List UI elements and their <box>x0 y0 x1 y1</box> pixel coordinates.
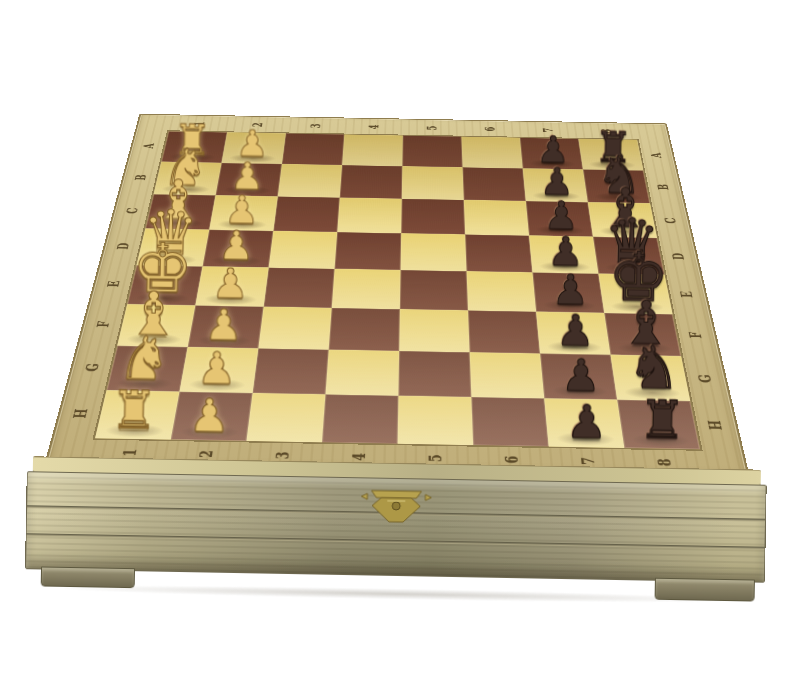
box-front-face <box>25 471 767 583</box>
piece-white-pawn: ♟ <box>211 263 249 305</box>
square-c4 <box>337 198 402 234</box>
square-g4 <box>325 350 399 396</box>
square-a3 <box>282 133 344 165</box>
label-file-left-f: F <box>90 317 117 331</box>
label-rank-back-3: 3 <box>306 121 326 131</box>
square-g5 <box>398 351 471 397</box>
square-e3 <box>264 268 335 308</box>
chess-board: ♜♟♟♜♞♟♟♞♝♟♟♝♛♟♟♛♚♟♟♚♝♟♟♝♞♟♟♞♜♟♟♜ AA11BB2… <box>44 114 751 480</box>
square-b6 <box>463 167 526 201</box>
square-b3 <box>278 164 342 198</box>
board-squares: ♜♟♟♜♞♟♟♞♝♟♟♝♛♟♟♛♚♟♟♚♝♟♟♝♞♟♟♞♜♟♟♜ <box>95 131 700 449</box>
piece-black-pawn: ♟ <box>561 352 601 397</box>
square-g3 <box>253 348 329 394</box>
wooden-box <box>24 456 767 620</box>
square-g7: ♟ <box>540 354 617 400</box>
square-h1: ♜ <box>95 390 179 439</box>
label-rank-back-5: 5 <box>422 123 441 133</box>
square-e4 <box>332 269 401 309</box>
square-h7: ♟ <box>544 398 624 447</box>
square-h5 <box>398 396 474 445</box>
brass-clasp-icon <box>357 484 436 527</box>
piece-black-pawn: ♟ <box>556 309 595 352</box>
square-c3 <box>273 196 339 232</box>
piece-black-pawn: ♟ <box>566 399 608 445</box>
label-rank-back-6: 6 <box>480 124 500 134</box>
square-b4 <box>340 165 403 199</box>
label-file-right-h: H <box>701 417 729 434</box>
square-h4 <box>322 394 398 443</box>
label-file-right-c: C <box>659 215 683 227</box>
square-g2: ♟ <box>180 347 259 393</box>
square-h6 <box>471 397 548 446</box>
square-h3 <box>246 393 325 442</box>
square-f6 <box>468 310 540 353</box>
ground-shadow <box>65 583 725 605</box>
label-file-right-g: G <box>692 371 719 386</box>
label-file-left-b: B <box>129 172 152 183</box>
piece-black-rook: ♜ <box>638 393 686 446</box>
square-f3 <box>258 307 331 350</box>
square-c5 <box>401 199 465 235</box>
square-d3 <box>269 231 338 269</box>
label-file-left-e: E <box>101 277 127 290</box>
square-a6 <box>461 137 522 169</box>
box-fold-seam <box>27 534 765 551</box>
piece-white-pawn: ♟ <box>188 392 230 438</box>
square-c6 <box>464 200 529 236</box>
square-f5 <box>399 309 469 352</box>
label-file-right-f: F <box>683 328 709 342</box>
square-a5 <box>402 135 462 167</box>
square-e6 <box>467 271 537 311</box>
piece-black-pawn: ♟ <box>552 269 590 311</box>
label-file-right-e: E <box>674 288 699 302</box>
label-file-right-a: A <box>645 150 667 161</box>
perspective-wrapper: ♜♟♟♜♞♟♟♞♝♟♟♝♛♟♟♛♚♟♟♚♝♟♟♝♞♟♟♞♜♟♟♜ AA11BB2… <box>0 0 797 695</box>
square-d5 <box>401 233 467 271</box>
square-d6 <box>465 234 532 272</box>
chess-set-photo: ♜♟♟♜♞♟♟♞♝♟♟♝♛♟♟♛♚♟♟♚♝♟♟♝♞♟♟♞♜♟♟♜ AA11BB2… <box>0 0 797 695</box>
piece-white-pawn: ♟ <box>204 303 243 346</box>
label-file-right-b: B <box>652 181 675 192</box>
label-file-right-d: D <box>666 250 690 263</box>
square-g6 <box>470 352 545 398</box>
square-f4 <box>329 308 400 351</box>
label-file-left-c: C <box>120 205 144 217</box>
square-h8: ♜ <box>617 400 700 450</box>
label-file-left-g: G <box>79 360 107 375</box>
square-d4 <box>335 232 402 270</box>
square-e5 <box>400 270 468 310</box>
square-b5 <box>402 166 464 200</box>
piece-white-rook: ♜ <box>110 384 158 437</box>
square-h2: ♟ <box>171 392 253 441</box>
square-a4 <box>342 134 403 166</box>
label-file-left-a: A <box>138 141 160 152</box>
label-file-left-h: H <box>66 405 95 421</box>
label-rank-back-4: 4 <box>364 122 384 132</box>
piece-white-pawn: ♟ <box>197 346 237 391</box>
